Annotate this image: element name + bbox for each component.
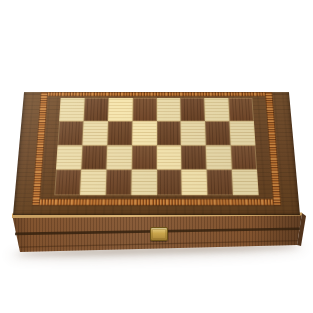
board-square-r2c7 <box>205 121 231 145</box>
board-square-r2c4 <box>132 121 157 145</box>
board-square-r2c2 <box>82 121 108 145</box>
mosaic-border-front <box>32 199 282 206</box>
board-square-r3c6 <box>181 145 207 170</box>
board-square-r4c4 <box>131 170 157 196</box>
board-square-r1c4 <box>132 98 156 121</box>
board-square-r3c8 <box>231 145 257 170</box>
mosaic-border-back <box>40 92 272 96</box>
board-square-r4c8 <box>232 170 259 196</box>
board-square-r2c8 <box>230 121 256 145</box>
board-square-r1c8 <box>228 98 253 121</box>
board-square-r1c3 <box>108 98 133 121</box>
board-square-r4c1 <box>54 170 81 196</box>
board-square-r1c2 <box>83 98 108 121</box>
brass-clasp-icon <box>150 227 168 241</box>
board-square-r4c5 <box>157 170 183 196</box>
board-square-r4c7 <box>207 170 233 196</box>
board-square-r3c4 <box>131 145 156 170</box>
board-square-r3c2 <box>81 145 107 170</box>
mosaic-border-right <box>265 92 281 206</box>
product-photo-scene <box>0 0 313 313</box>
case-lid-top <box>13 92 300 215</box>
board-square-r4c3 <box>105 170 131 196</box>
board-square-r2c5 <box>157 121 182 145</box>
board-square-r2c6 <box>181 121 206 145</box>
board-square-r2c3 <box>107 121 132 145</box>
board-square-r3c5 <box>157 145 182 170</box>
board-square-r1c1 <box>59 98 84 121</box>
mosaic-border-left <box>32 92 48 206</box>
board-square-r1c5 <box>157 98 181 121</box>
board-square-r2c1 <box>58 121 84 145</box>
board-square-r1c7 <box>204 98 229 121</box>
board-square-r3c3 <box>106 145 132 170</box>
board-square-r4c6 <box>182 170 208 196</box>
board-square-r3c7 <box>206 145 232 170</box>
board-square-r1c6 <box>180 98 205 121</box>
board-square-r4c2 <box>80 170 106 196</box>
checkerboard <box>54 98 258 195</box>
board-square-r3c1 <box>56 145 82 170</box>
